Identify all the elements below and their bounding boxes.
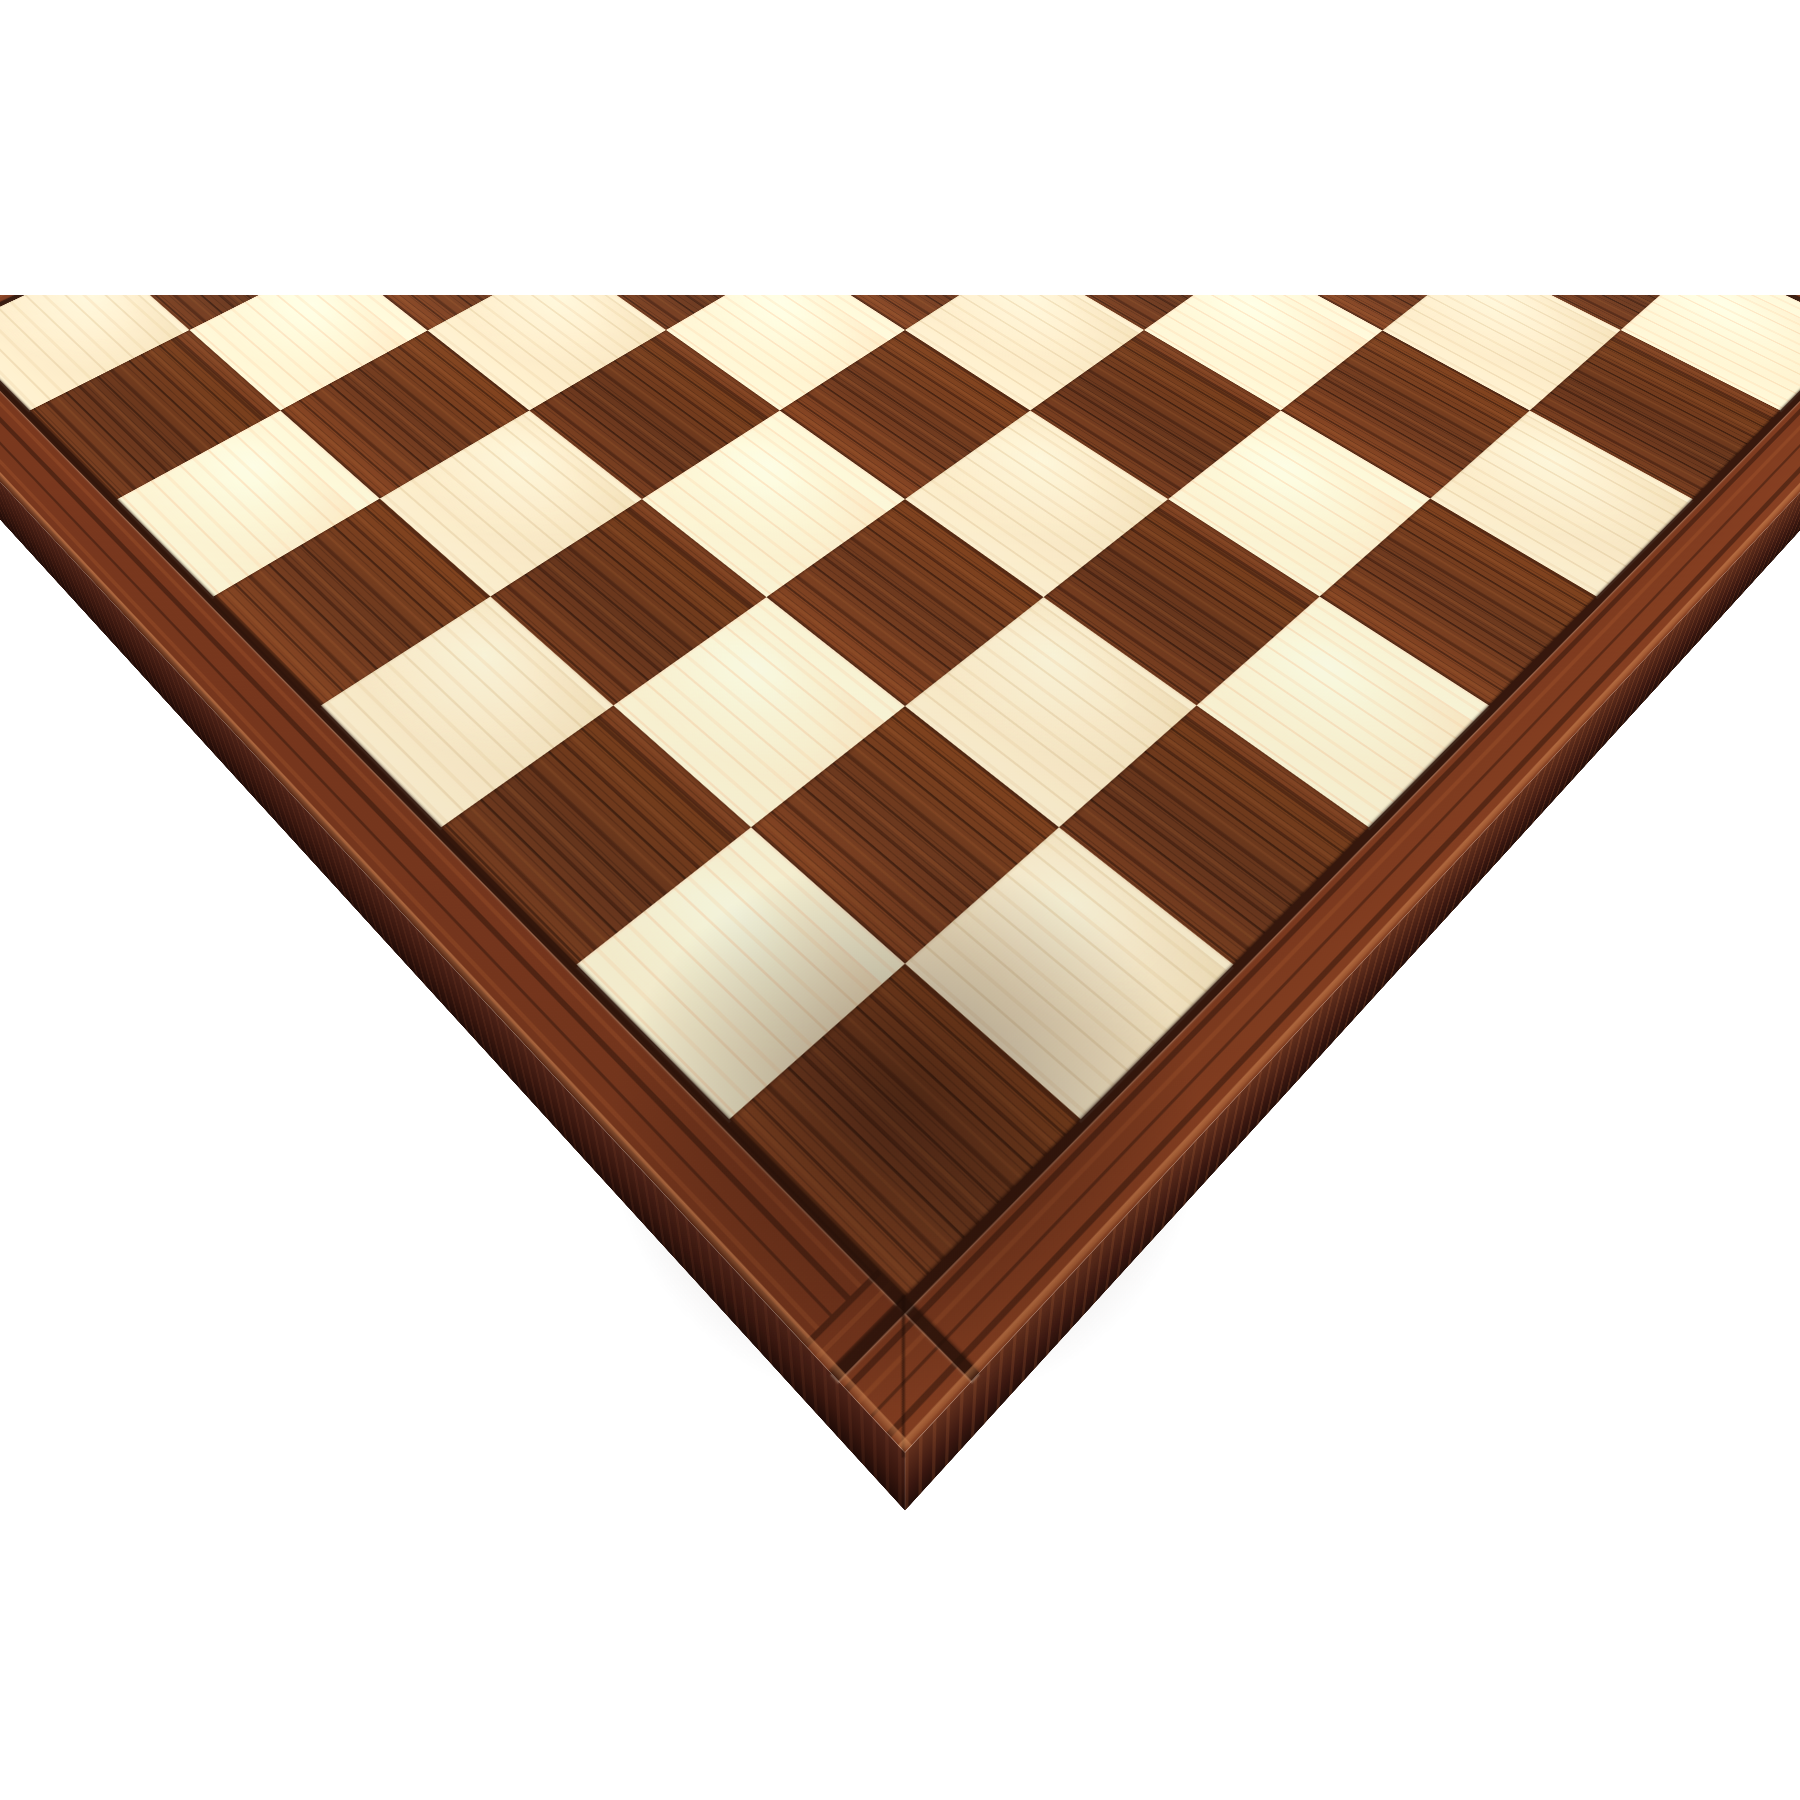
square-g2	[750, 705, 1059, 964]
photo-scene	[0, 295, 1800, 1800]
groove-line-near-left	[0, 301, 980, 1381]
square-b2	[189, 295, 428, 410]
square-h1	[730, 964, 1081, 1297]
square-d3	[530, 330, 780, 499]
photo-area	[0, 295, 1800, 1800]
square-c3	[428, 295, 667, 410]
square-f3	[767, 499, 1044, 706]
groove-line-near-right	[830, 301, 1800, 1381]
square-f6	[1144, 295, 1383, 410]
light-sheen-overlay	[0, 295, 1800, 1453]
edge-highlight-right	[898, 327, 1800, 1452]
square-g3	[905, 597, 1197, 827]
square-h5	[1320, 499, 1597, 706]
square-g7	[1382, 295, 1621, 410]
square-f5	[1030, 330, 1280, 499]
square-d1	[214, 499, 491, 706]
square-h4	[1197, 597, 1489, 827]
square-d4	[666, 295, 905, 410]
square-f1	[441, 705, 750, 964]
square-c2	[280, 330, 530, 499]
square-h6	[1430, 410, 1693, 596]
square-e4	[780, 330, 1030, 499]
square-e3	[642, 410, 905, 596]
frame-strip-right	[803, 295, 1800, 1453]
square-e1	[321, 597, 613, 827]
square-h7	[1530, 330, 1780, 499]
square-e5	[905, 295, 1144, 410]
square-g5	[1168, 410, 1431, 596]
square-d2	[380, 410, 643, 596]
square-c1	[117, 410, 380, 596]
product-photo: { "game": "chess", "title": "Wooden ches…	[0, 0, 1800, 1800]
square-h3	[1060, 705, 1369, 964]
frame-mitre-seam	[902, 1295, 905, 1457]
square-a1	[0, 295, 189, 410]
square-f2	[613, 597, 905, 827]
square-g6	[1280, 330, 1530, 499]
square-g1	[576, 827, 905, 1119]
board-top-face	[0, 295, 1800, 1453]
square-h2	[905, 827, 1234, 1119]
square-h8	[1621, 295, 1800, 410]
square-f4	[905, 410, 1168, 596]
edge-highlight-left	[0, 327, 912, 1452]
square-g4	[1043, 499, 1320, 706]
square-e2	[490, 499, 767, 706]
square-b1	[30, 330, 280, 499]
